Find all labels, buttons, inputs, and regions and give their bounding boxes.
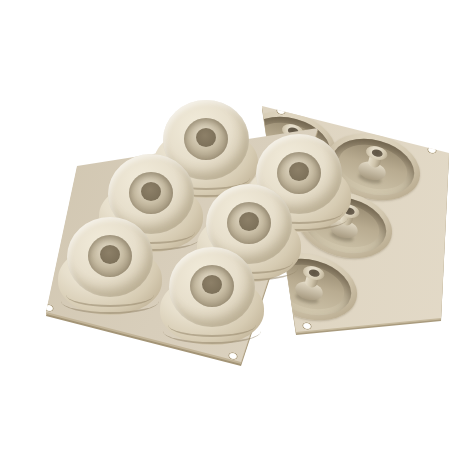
dome-dimple-hole <box>289 162 309 181</box>
donut-dome <box>160 247 264 345</box>
dome-dimple-hole <box>141 182 161 201</box>
corner-hole <box>300 320 314 332</box>
dome-dimple-hole <box>202 275 222 294</box>
corner-hole <box>42 302 56 314</box>
dome-dimple-hole <box>100 245 120 264</box>
corner-hole <box>425 144 439 156</box>
dome-dimple-hole <box>196 128 216 147</box>
dome-dimple-hole <box>239 212 259 231</box>
donut-dome <box>58 217 162 315</box>
product-photo-stage <box>0 0 458 458</box>
